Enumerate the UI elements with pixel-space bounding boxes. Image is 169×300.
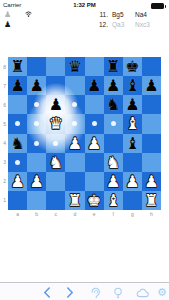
chess-board (8, 57, 161, 210)
cloud-icon (136, 288, 149, 298)
rank-label-2: 2 (0, 178, 6, 184)
square-a2[interactable] (8, 172, 27, 191)
file-label-e: e (85, 211, 104, 217)
square-g8[interactable] (123, 57, 142, 76)
square-b2[interactable] (27, 172, 46, 191)
ear-button[interactable] (88, 286, 102, 299)
square-b6[interactable] (27, 95, 46, 114)
square-h4[interactable] (142, 134, 161, 153)
square-g6[interactable] (123, 95, 142, 114)
rank-label-8: 8 (0, 64, 6, 70)
square-c4[interactable] (46, 134, 65, 153)
square-e4[interactable] (85, 134, 104, 153)
chevron-right-icon (66, 287, 74, 298)
clock: 1:32 PM (0, 2, 169, 8)
square-d5[interactable] (65, 114, 84, 133)
move-number: 12. (86, 20, 108, 30)
chevron-left-icon (43, 287, 51, 298)
square-f2[interactable] (104, 172, 123, 191)
square-g4[interactable] (123, 134, 142, 153)
square-f6[interactable] (104, 95, 123, 114)
square-b8[interactable] (27, 57, 46, 76)
square-e7[interactable] (85, 76, 104, 95)
file-label-g: g (123, 211, 142, 217)
square-d8[interactable] (65, 57, 84, 76)
rank-label-5: 5 (0, 121, 6, 127)
square-b4[interactable] (27, 134, 46, 153)
square-g3[interactable] (123, 153, 142, 172)
square-f3[interactable] (104, 153, 123, 172)
captured-black-pawn-icon: ♟ (4, 20, 11, 30)
square-h5[interactable] (142, 114, 161, 133)
square-e8[interactable] (85, 57, 104, 76)
square-f4[interactable] (104, 134, 123, 153)
square-h7[interactable] (142, 76, 161, 95)
chess-app-screen: Carrier 1:32 PM ♟ 11. Bg5 Na4 ♟ 12. Qa3 … (0, 0, 169, 300)
move-row-12: ♟ 12. Qa3 Nxc3 (0, 20, 169, 30)
square-a6[interactable] (8, 95, 27, 114)
square-d1[interactable] (65, 191, 84, 210)
square-d6[interactable] (65, 95, 84, 114)
square-g5[interactable] (123, 114, 142, 133)
square-c1[interactable] (46, 191, 65, 210)
square-f1[interactable] (104, 191, 123, 210)
square-f5[interactable] (104, 114, 123, 133)
captured-white-pawn-icon: ♟ (4, 10, 11, 20)
move-row-11: ♟ 11. Bg5 Na4 (0, 10, 169, 20)
square-c6[interactable] (46, 95, 65, 114)
gear-icon: ⚙ (157, 287, 167, 298)
settings-button[interactable]: ⚙ (155, 286, 169, 299)
square-a1[interactable] (8, 191, 27, 210)
square-a5[interactable] (8, 114, 27, 133)
black-move-11[interactable]: Na4 (135, 10, 165, 20)
previous-move-button[interactable] (40, 286, 54, 299)
square-f8[interactable] (104, 57, 123, 76)
square-a7[interactable] (8, 76, 27, 95)
square-a3[interactable] (8, 153, 27, 172)
square-d4[interactable] (65, 134, 84, 153)
square-b3[interactable] (27, 153, 46, 172)
square-e2[interactable] (85, 172, 104, 191)
file-label-h: h (142, 211, 161, 217)
white-move-12[interactable]: Qa3 (112, 20, 136, 30)
square-h8[interactable] (142, 57, 161, 76)
square-b5[interactable] (27, 114, 46, 133)
rank-label-6: 6 (0, 102, 6, 108)
ear-icon (90, 287, 101, 299)
square-d2[interactable] (65, 172, 84, 191)
square-b7[interactable] (27, 76, 46, 95)
rank-label-3: 3 (0, 159, 6, 165)
square-a8[interactable] (8, 57, 27, 76)
square-g1[interactable] (123, 191, 142, 210)
square-c7[interactable] (46, 76, 65, 95)
rank-label-1: 1 (0, 197, 6, 203)
square-h1[interactable] (142, 191, 161, 210)
square-a4[interactable] (8, 134, 27, 153)
battery-icon (151, 3, 164, 9)
rank-label-7: 7 (0, 83, 6, 89)
file-label-a: a (8, 211, 27, 217)
square-h6[interactable] (142, 95, 161, 114)
black-move-12[interactable]: Nxc3 (135, 20, 165, 30)
square-e1[interactable] (85, 191, 104, 210)
move-number: 11. (86, 10, 108, 20)
square-g2[interactable] (123, 172, 142, 191)
square-h2[interactable] (142, 172, 161, 191)
square-b1[interactable] (27, 191, 46, 210)
square-h3[interactable] (142, 153, 161, 172)
hint-button[interactable] (111, 286, 125, 299)
toolbar: ⚙ (0, 282, 169, 300)
file-label-b: b (27, 211, 46, 217)
square-d7[interactable] (65, 76, 84, 95)
file-label-c: c (46, 211, 65, 217)
lightbulb-icon (113, 287, 123, 299)
square-e5[interactable] (85, 114, 104, 133)
square-e3[interactable] (85, 153, 104, 172)
square-c8[interactable] (46, 57, 65, 76)
square-f7[interactable] (104, 76, 123, 95)
next-move-button[interactable] (63, 286, 77, 299)
square-d3[interactable] (65, 153, 84, 172)
white-move-11[interactable]: Bg5 (112, 10, 136, 20)
file-label-f: f (104, 211, 123, 217)
rank-label-4: 4 (0, 140, 6, 146)
square-g7[interactable] (123, 76, 142, 95)
square-c5[interactable] (46, 114, 65, 133)
square-c3[interactable] (46, 153, 65, 172)
move-list: ♟ 11. Bg5 Na4 ♟ 12. Qa3 Nxc3 (0, 10, 169, 29)
square-c2[interactable] (46, 172, 65, 191)
file-label-d: d (65, 211, 84, 217)
square-e6[interactable] (85, 95, 104, 114)
cloud-button[interactable] (135, 286, 149, 299)
